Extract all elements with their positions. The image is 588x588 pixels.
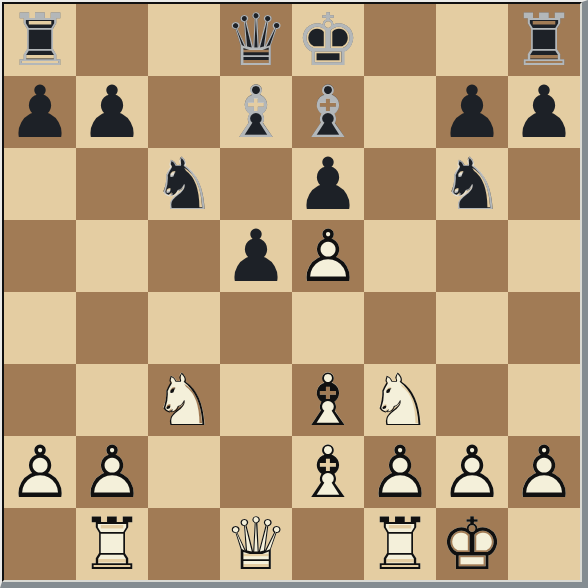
white-bishop-e3[interactable]: ♝♗ xyxy=(292,364,364,436)
square-d6[interactable] xyxy=(220,148,292,220)
white-pawn-g2[interactable]: ♟♙ xyxy=(436,436,508,508)
white-knight-c3[interactable]: ♞♘ xyxy=(148,364,220,436)
square-e5[interactable]: ♟♙ xyxy=(292,220,364,292)
black-queen-icon: ♛ xyxy=(220,4,292,76)
square-a4[interactable] xyxy=(4,292,76,364)
white-knight-icon: ♞ xyxy=(148,364,220,436)
square-d1[interactable]: ♛♕ xyxy=(220,508,292,580)
square-e2[interactable]: ♝♗ xyxy=(292,436,364,508)
square-d5[interactable]: ♟ xyxy=(220,220,292,292)
black-queen-d8[interactable]: ♛♕ xyxy=(220,4,292,76)
black-pawn-g7[interactable]: ♟ xyxy=(436,76,508,148)
black-queen-outline-icon: ♕ xyxy=(220,4,292,76)
square-g1[interactable]: ♚♔ xyxy=(436,508,508,580)
square-d7[interactable]: ♝♗ xyxy=(220,76,292,148)
white-rook-icon: ♜ xyxy=(76,508,148,580)
square-h2[interactable]: ♟♙ xyxy=(508,436,580,508)
black-knight-outline-icon: ♘ xyxy=(148,148,220,220)
square-e1[interactable] xyxy=(292,508,364,580)
square-b2[interactable]: ♟♙ xyxy=(76,436,148,508)
white-rook-icon: ♜ xyxy=(364,508,436,580)
white-pawn-h2[interactable]: ♟♙ xyxy=(508,436,580,508)
square-h8[interactable]: ♜♖ xyxy=(508,4,580,76)
square-c5[interactable] xyxy=(148,220,220,292)
black-pawn-h7[interactable]: ♟ xyxy=(508,76,580,148)
black-bishop-outline-icon: ♗ xyxy=(292,76,364,148)
black-pawn-icon: ♟ xyxy=(220,220,292,292)
black-pawn-e6[interactable]: ♟ xyxy=(292,148,364,220)
white-bishop-icon: ♝ xyxy=(292,364,364,436)
square-a5[interactable] xyxy=(4,220,76,292)
white-rook-b1[interactable]: ♜♖ xyxy=(76,508,148,580)
square-d4[interactable] xyxy=(220,292,292,364)
white-knight-f3[interactable]: ♞♘ xyxy=(364,364,436,436)
square-e6[interactable]: ♟ xyxy=(292,148,364,220)
square-g5[interactable] xyxy=(436,220,508,292)
white-pawn-a2[interactable]: ♟♙ xyxy=(4,436,76,508)
square-g4[interactable] xyxy=(436,292,508,364)
black-rook-a8[interactable]: ♜♖ xyxy=(4,4,76,76)
square-h7[interactable]: ♟ xyxy=(508,76,580,148)
white-king-icon: ♚ xyxy=(436,508,508,580)
white-bishop-e2[interactable]: ♝♗ xyxy=(292,436,364,508)
white-pawn-outline-icon: ♙ xyxy=(436,436,508,508)
square-d8[interactable]: ♛♕ xyxy=(220,4,292,76)
square-h5[interactable] xyxy=(508,220,580,292)
square-h6[interactable] xyxy=(508,148,580,220)
square-d3[interactable] xyxy=(220,364,292,436)
square-h3[interactable] xyxy=(508,364,580,436)
white-rook-outline-icon: ♖ xyxy=(76,508,148,580)
black-knight-outline-icon: ♘ xyxy=(436,148,508,220)
square-f4[interactable] xyxy=(364,292,436,364)
white-pawn-icon: ♟ xyxy=(4,436,76,508)
white-knight-icon: ♞ xyxy=(364,364,436,436)
square-e8[interactable]: ♚♔ xyxy=(292,4,364,76)
white-queen-outline-icon: ♕ xyxy=(220,508,292,580)
black-rook-icon: ♜ xyxy=(508,4,580,76)
black-bishop-e7[interactable]: ♝♗ xyxy=(292,76,364,148)
square-f5[interactable] xyxy=(364,220,436,292)
chess-board: ♜♖♛♕♚♔♜♖♟♟♝♗♝♗♟♟♞♘♟♞♘♟♟♙♞♘♝♗♞♘♟♙♟♙♝♗♟♙♟♙… xyxy=(4,4,580,580)
square-a3[interactable] xyxy=(4,364,76,436)
black-king-e8[interactable]: ♚♔ xyxy=(292,4,364,76)
square-f8[interactable] xyxy=(364,4,436,76)
white-bishop-icon: ♝ xyxy=(292,436,364,508)
white-king-outline-icon: ♔ xyxy=(436,508,508,580)
square-b1[interactable]: ♜♖ xyxy=(76,508,148,580)
white-pawn-outline-icon: ♙ xyxy=(364,436,436,508)
square-c7[interactable] xyxy=(148,76,220,148)
square-b4[interactable] xyxy=(76,292,148,364)
white-pawn-outline-icon: ♙ xyxy=(292,220,364,292)
black-knight-icon: ♞ xyxy=(148,148,220,220)
white-pawn-outline-icon: ♙ xyxy=(4,436,76,508)
white-pawn-icon: ♟ xyxy=(436,436,508,508)
white-bishop-outline-icon: ♗ xyxy=(292,364,364,436)
black-pawn-icon: ♟ xyxy=(292,148,364,220)
black-bishop-icon: ♝ xyxy=(220,76,292,148)
black-rook-h8[interactable]: ♜♖ xyxy=(508,4,580,76)
square-c1[interactable] xyxy=(148,508,220,580)
square-e3[interactable]: ♝♗ xyxy=(292,364,364,436)
black-rook-outline-icon: ♖ xyxy=(508,4,580,76)
square-b5[interactable] xyxy=(76,220,148,292)
white-pawn-f2[interactable]: ♟♙ xyxy=(364,436,436,508)
square-a7[interactable]: ♟ xyxy=(4,76,76,148)
white-pawn-e5[interactable]: ♟♙ xyxy=(292,220,364,292)
white-pawn-icon: ♟ xyxy=(508,436,580,508)
square-f1[interactable]: ♜♖ xyxy=(364,508,436,580)
white-rook-f1[interactable]: ♜♖ xyxy=(364,508,436,580)
black-pawn-icon: ♟ xyxy=(436,76,508,148)
black-pawn-d5[interactable]: ♟ xyxy=(220,220,292,292)
black-pawn-b7[interactable]: ♟ xyxy=(76,76,148,148)
square-g3[interactable] xyxy=(436,364,508,436)
square-b7[interactable]: ♟ xyxy=(76,76,148,148)
black-knight-c6[interactable]: ♞♘ xyxy=(148,148,220,220)
black-pawn-icon: ♟ xyxy=(76,76,148,148)
white-king-g1[interactable]: ♚♔ xyxy=(436,508,508,580)
board-frame: ♜♖♛♕♚♔♜♖♟♟♝♗♝♗♟♟♞♘♟♞♘♟♟♙♞♘♝♗♞♘♟♙♟♙♝♗♟♙♟♙… xyxy=(0,0,588,588)
black-rook-outline-icon: ♖ xyxy=(4,4,76,76)
square-e4[interactable] xyxy=(292,292,364,364)
square-g2[interactable]: ♟♙ xyxy=(436,436,508,508)
square-h4[interactable] xyxy=(508,292,580,364)
square-c2[interactable] xyxy=(148,436,220,508)
white-queen-icon: ♛ xyxy=(220,508,292,580)
white-knight-outline-icon: ♘ xyxy=(364,364,436,436)
square-b8[interactable] xyxy=(76,4,148,76)
black-knight-icon: ♞ xyxy=(436,148,508,220)
white-pawn-icon: ♟ xyxy=(364,436,436,508)
square-g8[interactable] xyxy=(436,4,508,76)
black-king-outline-icon: ♔ xyxy=(292,4,364,76)
white-bishop-outline-icon: ♗ xyxy=(292,436,364,508)
square-a6[interactable] xyxy=(4,148,76,220)
square-c6[interactable]: ♞♘ xyxy=(148,148,220,220)
square-e7[interactable]: ♝♗ xyxy=(292,76,364,148)
square-b3[interactable] xyxy=(76,364,148,436)
square-c8[interactable] xyxy=(148,4,220,76)
square-f7[interactable] xyxy=(364,76,436,148)
white-pawn-outline-icon: ♙ xyxy=(76,436,148,508)
white-pawn-icon: ♟ xyxy=(76,436,148,508)
square-a2[interactable]: ♟♙ xyxy=(4,436,76,508)
square-b6[interactable] xyxy=(76,148,148,220)
square-a8[interactable]: ♜♖ xyxy=(4,4,76,76)
square-f2[interactable]: ♟♙ xyxy=(364,436,436,508)
black-knight-g6[interactable]: ♞♘ xyxy=(436,148,508,220)
white-queen-d1[interactable]: ♛♕ xyxy=(220,508,292,580)
square-a1[interactable] xyxy=(4,508,76,580)
white-pawn-b2[interactable]: ♟♙ xyxy=(76,436,148,508)
black-pawn-icon: ♟ xyxy=(508,76,580,148)
white-pawn-icon: ♟ xyxy=(292,220,364,292)
black-rook-icon: ♜ xyxy=(4,4,76,76)
white-pawn-outline-icon: ♙ xyxy=(508,436,580,508)
black-pawn-a7[interactable]: ♟ xyxy=(4,76,76,148)
white-knight-outline-icon: ♘ xyxy=(148,364,220,436)
square-c3[interactable]: ♞♘ xyxy=(148,364,220,436)
square-h1[interactable] xyxy=(508,508,580,580)
black-bishop-d7[interactable]: ♝♗ xyxy=(220,76,292,148)
white-rook-outline-icon: ♖ xyxy=(364,508,436,580)
square-g7[interactable]: ♟ xyxy=(436,76,508,148)
board-border: ♜♖♛♕♚♔♜♖♟♟♝♗♝♗♟♟♞♘♟♞♘♟♟♙♞♘♝♗♞♘♟♙♟♙♝♗♟♙♟♙… xyxy=(2,2,582,582)
square-f6[interactable] xyxy=(364,148,436,220)
square-c4[interactable] xyxy=(148,292,220,364)
black-pawn-icon: ♟ xyxy=(4,76,76,148)
black-bishop-icon: ♝ xyxy=(292,76,364,148)
black-king-icon: ♚ xyxy=(292,4,364,76)
square-f3[interactable]: ♞♘ xyxy=(364,364,436,436)
black-bishop-outline-icon: ♗ xyxy=(220,76,292,148)
square-d2[interactable] xyxy=(220,436,292,508)
square-g6[interactable]: ♞♘ xyxy=(436,148,508,220)
